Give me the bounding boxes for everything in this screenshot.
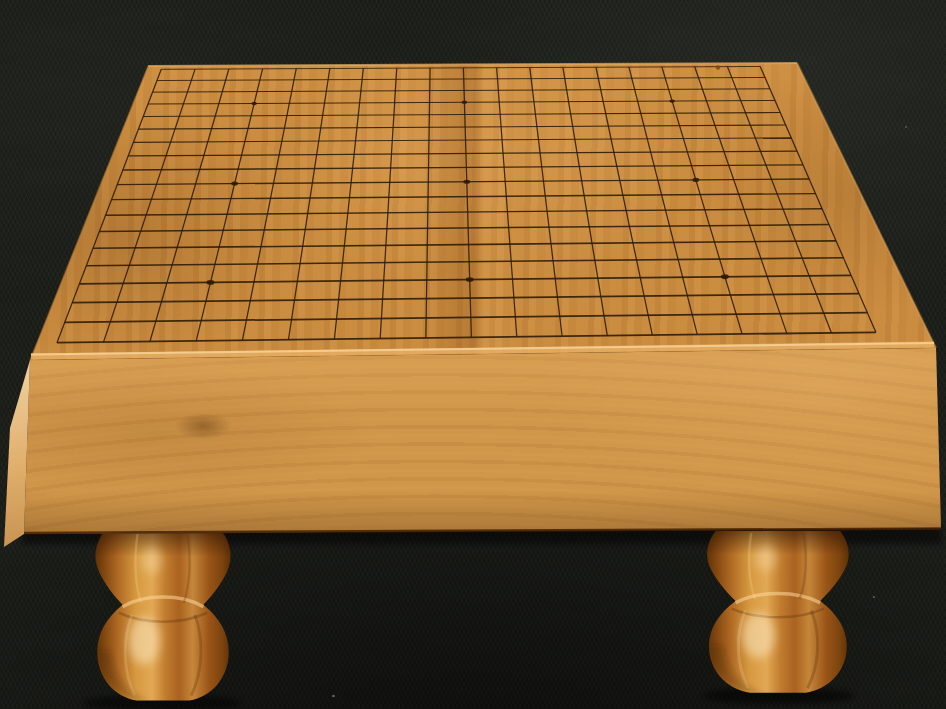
- board-leg-left: [93, 531, 234, 700]
- board-front-face: [0, 340, 946, 540]
- goban-photo-scene: [0, 0, 946, 709]
- board-leg-right: [704, 530, 852, 693]
